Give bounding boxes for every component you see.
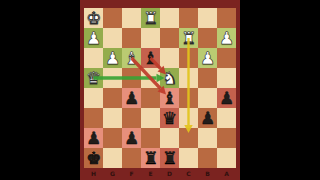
piece-white-rook-e1[interactable]: ♜: [141, 8, 160, 28]
square-c7[interactable]: [179, 128, 198, 148]
piece-black-pawn-b6[interactable]: ♟: [198, 108, 217, 128]
piece-white-pawn-g3[interactable]: ♟: [103, 48, 122, 68]
square-a3[interactable]: [217, 48, 236, 68]
chess-board: ♚♜♟♜♟♟♝♝♟♛♞♟♝♟♛♟♟♟♚♜♜ HGFEDCBA: [80, 0, 240, 180]
square-d8[interactable]: ♜: [160, 148, 179, 168]
square-f5[interactable]: ♟: [122, 88, 141, 108]
chess-thumbnail-stage: ♚♜♟♜♟♟♝♝♟♛♞♟♝♟♛♟♟♟♚♜♜ HGFEDCBA: [0, 0, 320, 180]
piece-white-pawn-a2[interactable]: ♟: [217, 28, 236, 48]
square-b3[interactable]: ♟: [198, 48, 217, 68]
square-a1[interactable]: [217, 8, 236, 28]
square-e1[interactable]: ♜: [141, 8, 160, 28]
square-g5[interactable]: [103, 88, 122, 108]
square-d5[interactable]: ♝: [160, 88, 179, 108]
square-g3[interactable]: ♟: [103, 48, 122, 68]
square-a4[interactable]: [217, 68, 236, 88]
file-label-f: F: [122, 168, 141, 180]
file-label-h: H: [84, 168, 103, 180]
file-labels: HGFEDCBA: [84, 168, 236, 180]
piece-white-king-h1[interactable]: ♚: [84, 8, 103, 28]
square-c2[interactable]: ♜: [179, 28, 198, 48]
board-squares: ♚♜♟♜♟♟♝♝♟♛♞♟♝♟♛♟♟♟♚♜♜: [84, 8, 236, 168]
piece-white-knight-d4[interactable]: ♞: [160, 68, 179, 88]
square-h1[interactable]: ♚: [84, 8, 103, 28]
file-label-a: A: [217, 168, 236, 180]
piece-black-bishop-e3[interactable]: ♝: [141, 48, 160, 68]
square-e2[interactable]: [141, 28, 160, 48]
square-f4[interactable]: [122, 68, 141, 88]
square-a6[interactable]: [217, 108, 236, 128]
piece-black-rook-e8[interactable]: ♜: [141, 148, 160, 168]
square-h8[interactable]: ♚: [84, 148, 103, 168]
square-c6[interactable]: [179, 108, 198, 128]
piece-black-queen-d6[interactable]: ♛: [160, 108, 179, 128]
square-a8[interactable]: [217, 148, 236, 168]
piece-black-rook-d8[interactable]: ♜: [160, 148, 179, 168]
piece-white-queen-h4[interactable]: ♛: [84, 68, 103, 88]
square-c8[interactable]: [179, 148, 198, 168]
square-c3[interactable]: [179, 48, 198, 68]
piece-white-bishop-f3[interactable]: ♝: [122, 48, 141, 68]
square-g2[interactable]: [103, 28, 122, 48]
square-a7[interactable]: [217, 128, 236, 148]
square-f2[interactable]: [122, 28, 141, 48]
square-d4[interactable]: ♞: [160, 68, 179, 88]
square-g8[interactable]: [103, 148, 122, 168]
square-h5[interactable]: [84, 88, 103, 108]
file-label-d: D: [160, 168, 179, 180]
square-f8[interactable]: [122, 148, 141, 168]
square-f6[interactable]: [122, 108, 141, 128]
square-e5[interactable]: [141, 88, 160, 108]
square-g1[interactable]: [103, 8, 122, 28]
square-g7[interactable]: [103, 128, 122, 148]
right-letterbox-bar: [240, 0, 320, 180]
left-letterbox-bar: [0, 0, 80, 180]
square-f7[interactable]: ♟: [122, 128, 141, 148]
square-e8[interactable]: ♜: [141, 148, 160, 168]
square-h6[interactable]: [84, 108, 103, 128]
square-a5[interactable]: ♟: [217, 88, 236, 108]
square-c5[interactable]: [179, 88, 198, 108]
square-h3[interactable]: [84, 48, 103, 68]
file-label-c: C: [179, 168, 198, 180]
square-d7[interactable]: [160, 128, 179, 148]
piece-black-pawn-f5[interactable]: ♟: [122, 88, 141, 108]
piece-white-rook-c2[interactable]: ♜: [179, 28, 198, 48]
piece-black-pawn-a5[interactable]: ♟: [217, 88, 236, 108]
piece-white-pawn-h2[interactable]: ♟: [84, 28, 103, 48]
square-d2[interactable]: [160, 28, 179, 48]
square-e3[interactable]: ♝: [141, 48, 160, 68]
square-b4[interactable]: [198, 68, 217, 88]
square-d3[interactable]: [160, 48, 179, 68]
piece-black-pawn-f7[interactable]: ♟: [122, 128, 141, 148]
square-b7[interactable]: [198, 128, 217, 148]
square-h4[interactable]: ♛: [84, 68, 103, 88]
file-label-b: B: [198, 168, 217, 180]
square-b8[interactable]: [198, 148, 217, 168]
square-e4[interactable]: [141, 68, 160, 88]
square-f3[interactable]: ♝: [122, 48, 141, 68]
square-e7[interactable]: [141, 128, 160, 148]
square-e6[interactable]: [141, 108, 160, 128]
piece-white-pawn-b3[interactable]: ♟: [198, 48, 217, 68]
square-b5[interactable]: [198, 88, 217, 108]
square-d1[interactable]: [160, 8, 179, 28]
square-f1[interactable]: [122, 8, 141, 28]
square-b2[interactable]: [198, 28, 217, 48]
square-c4[interactable]: [179, 68, 198, 88]
piece-black-bishop-d5[interactable]: ♝: [160, 88, 179, 108]
piece-black-king-h8[interactable]: ♚: [84, 148, 103, 168]
square-h7[interactable]: ♟: [84, 128, 103, 148]
square-c1[interactable]: [179, 8, 198, 28]
square-g6[interactable]: [103, 108, 122, 128]
square-h2[interactable]: ♟: [84, 28, 103, 48]
file-label-g: G: [103, 168, 122, 180]
piece-black-pawn-h7[interactable]: ♟: [84, 128, 103, 148]
square-b1[interactable]: [198, 8, 217, 28]
square-a2[interactable]: ♟: [217, 28, 236, 48]
file-label-e: E: [141, 168, 160, 180]
square-d6[interactable]: ♛: [160, 108, 179, 128]
square-b6[interactable]: ♟: [198, 108, 217, 128]
square-g4[interactable]: [103, 68, 122, 88]
